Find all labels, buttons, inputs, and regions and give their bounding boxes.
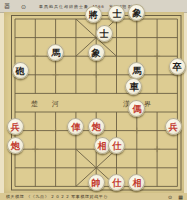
piece-red-仕[interactable]: 仕 [108, 174, 125, 191]
piece-black-士[interactable]: 士 [96, 25, 113, 42]
piece-black-將[interactable]: 將 [85, 6, 102, 23]
piece-red-兵[interactable]: 兵 [165, 118, 182, 135]
footer-bar: 棋天棋牌 《《九品》 2 0 2 2 军事棋牌对战平台 ⊙ ▦ [0, 193, 187, 200]
piece-glyph: 將 [89, 6, 98, 22]
piece-black-車[interactable]: 車 [125, 78, 142, 95]
piece-red-兵[interactable]: 兵 [7, 118, 24, 135]
piece-glyph: 馬 [132, 63, 141, 79]
captured-pieces-text: 車馬炮兵仕相帥將士象 [39, 4, 89, 9]
piece-black-卒[interactable]: 卒 [169, 58, 186, 75]
piece-glyph: 兵 [169, 119, 178, 135]
xiangqi-board[interactable]: 楚 河漢 界 將士象士象馬砲馬卒車傌兵俥炮兵炮相仕帥仕相 [0, 12, 187, 193]
piece-black-士[interactable]: 士 [108, 5, 125, 22]
piece-glyph: 傌 [132, 100, 141, 116]
piece-black-馬[interactable]: 馬 [128, 62, 145, 79]
settings-circle-icon[interactable]: ⊙ [21, 3, 26, 10]
footer-record-icon[interactable]: ⊙ [168, 194, 172, 200]
piece-black-馬[interactable]: 馬 [47, 44, 64, 61]
piece-red-相[interactable]: 相 [128, 174, 145, 191]
piece-glyph: 象 [92, 44, 101, 60]
piece-glyph: 卒 [173, 59, 182, 75]
piece-glyph: 士 [100, 26, 109, 42]
piece-glyph: 炮 [10, 137, 19, 153]
piece-glyph: 象 [132, 4, 141, 20]
piece-glyph: 炮 [92, 119, 101, 135]
piece-glyph: 兵 [10, 119, 19, 135]
footer-menu-icon[interactable]: ▦ [178, 194, 183, 200]
piece-glyph: 相 [132, 175, 141, 191]
piece-glyph: 帥 [92, 175, 101, 191]
piece-glyph: 仕 [112, 175, 121, 191]
piece-red-傌[interactable]: 傌 [128, 100, 145, 117]
piece-black-象[interactable]: 象 [128, 4, 145, 21]
footer-caption: 棋天棋牌 《《九品》 2 0 2 2 军事棋牌对战平台 [6, 194, 108, 199]
app-logo-icon[interactable]: 器 [4, 2, 10, 11]
piece-black-象[interactable]: 象 [88, 44, 105, 61]
piece-glyph: 馬 [51, 44, 60, 60]
piece-black-砲[interactable]: 砲 [12, 62, 29, 79]
piece-glyph: 相 [98, 137, 107, 153]
piece-red-炮[interactable]: 炮 [7, 137, 24, 154]
piece-glyph: 俥 [71, 119, 80, 135]
piece-glyph: 仕 [112, 137, 121, 153]
piece-glyph: 砲 [15, 63, 24, 79]
piece-red-俥[interactable]: 俥 [67, 118, 84, 135]
piece-red-炮[interactable]: 炮 [88, 118, 105, 135]
piece-red-帥[interactable]: 帥 [88, 174, 105, 191]
piece-glyph: 車 [129, 79, 138, 95]
piece-red-仕[interactable]: 仕 [108, 137, 125, 154]
piece-glyph: 士 [112, 5, 121, 21]
piece-layer: 將士象士象馬砲馬卒車傌兵俥炮兵炮相仕帥仕相 [0, 12, 187, 193]
